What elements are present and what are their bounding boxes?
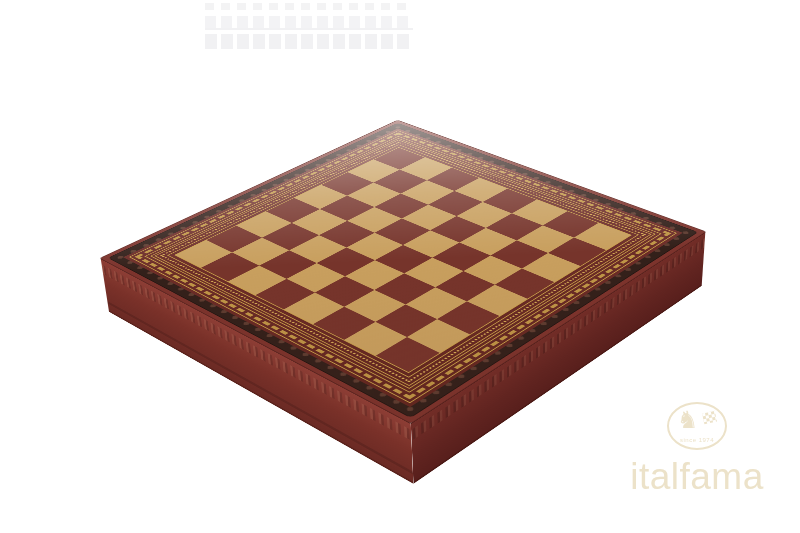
square xyxy=(345,260,404,290)
square xyxy=(407,319,470,353)
board-box xyxy=(101,120,706,423)
square xyxy=(287,263,346,293)
square xyxy=(344,322,407,356)
watermark-logo: ♞ since 1974 italfama xyxy=(612,402,782,496)
square xyxy=(317,247,375,276)
logo-oval: ♞ since 1974 xyxy=(667,402,727,450)
square xyxy=(375,245,433,274)
square xyxy=(201,252,259,281)
square xyxy=(228,265,287,295)
square xyxy=(437,301,499,334)
square xyxy=(463,255,522,284)
square xyxy=(259,250,317,279)
square xyxy=(375,274,435,305)
checkered-flag-icon xyxy=(702,411,717,424)
square xyxy=(495,268,555,298)
square xyxy=(404,258,463,287)
square xyxy=(375,304,437,337)
square xyxy=(548,238,606,266)
square xyxy=(433,243,491,271)
brand-wordmark: italfama xyxy=(612,458,782,496)
square xyxy=(406,287,467,319)
square xyxy=(466,285,527,316)
board-top-face xyxy=(101,120,706,423)
square xyxy=(313,307,375,340)
knight-icon: ♞ xyxy=(677,408,699,432)
square xyxy=(376,337,440,372)
square xyxy=(522,253,581,282)
square xyxy=(435,271,495,301)
logo-tagline: since 1974 xyxy=(669,437,725,443)
square xyxy=(284,292,345,324)
photo-background: ♞ since 1974 italfama xyxy=(0,0,800,533)
square xyxy=(255,279,315,310)
square xyxy=(490,240,548,268)
square xyxy=(345,290,406,322)
square xyxy=(315,276,375,307)
